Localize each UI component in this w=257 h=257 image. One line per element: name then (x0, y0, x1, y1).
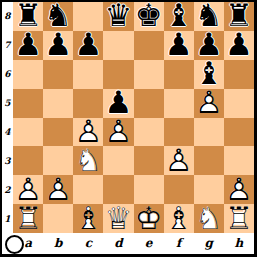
piece-fill-layer: ♞ (195, 202, 223, 233)
piece-glyph: ♞ (44, 0, 72, 31)
piece-white-pawn-icon: ♟♙ (13, 175, 43, 204)
square-a2[interactable]: ♟♙ (13, 175, 43, 204)
piece-fill-layer: ♜ (225, 202, 253, 233)
square-e8[interactable]: ♚ (134, 2, 164, 31)
square-f2[interactable] (164, 175, 194, 204)
square-b1[interactable] (43, 204, 73, 233)
piece-glyph: ♙ (165, 145, 193, 176)
square-c4[interactable]: ♟♙ (73, 118, 103, 147)
piece-white-pawn-icon: ♟♙ (103, 118, 133, 147)
chess-board[interactable]: ♜♞♛♚♝♞♜♟♟♟♟♟♟♝♟♟♙♟♙♟♙♞♘♟♙♟♙♟♙♟♙♜♖♝♗♛♕♚♔♝… (13, 2, 254, 233)
square-f6[interactable] (164, 60, 194, 89)
piece-glyph: ♙ (74, 116, 102, 147)
piece-fill-layer: ♜ (14, 202, 42, 233)
square-a4[interactable] (13, 118, 43, 147)
square-f3[interactable]: ♟♙ (164, 146, 194, 175)
piece-glyph: ♟ (44, 29, 72, 60)
piece-glyph: ♝ (165, 0, 193, 31)
piece-black-knight-icon: ♞ (194, 2, 224, 31)
piece-glyph: ♘ (74, 145, 102, 176)
square-h5[interactable] (224, 89, 254, 118)
piece-white-king-icon: ♚♔ (134, 204, 164, 233)
square-g2[interactable] (194, 175, 224, 204)
square-d4[interactable]: ♟♙ (103, 118, 133, 147)
square-b7[interactable]: ♟ (43, 31, 73, 60)
piece-fill-layer: ♝ (165, 202, 193, 233)
piece-fill-layer: ♛ (105, 202, 133, 233)
piece-glyph: ♖ (14, 202, 42, 233)
square-b5[interactable] (43, 89, 73, 118)
piece-white-knight-icon: ♞♘ (194, 204, 224, 233)
piece-glyph: ♟ (74, 29, 102, 60)
piece-glyph: ♟ (195, 29, 223, 60)
piece-glyph: ♘ (195, 202, 223, 233)
square-h6[interactable] (224, 60, 254, 89)
rank-label-5: 5 (2, 89, 13, 118)
piece-glyph: ♙ (195, 87, 223, 118)
piece-black-pawn-icon: ♟ (224, 31, 254, 60)
piece-white-pawn-icon: ♟♙ (224, 175, 254, 204)
square-b2[interactable]: ♟♙ (43, 175, 73, 204)
piece-black-pawn-icon: ♟ (164, 31, 194, 60)
file-label-d: d (103, 233, 133, 253)
square-e3[interactable] (134, 146, 164, 175)
square-f8[interactable]: ♝ (164, 2, 194, 31)
square-g1[interactable]: ♞♘ (194, 204, 224, 233)
square-h7[interactable]: ♟ (224, 31, 254, 60)
square-a8[interactable]: ♜ (13, 2, 43, 31)
piece-glyph: ♙ (225, 174, 253, 205)
piece-fill-layer: ♝ (74, 202, 102, 233)
piece-black-queen-icon: ♛ (103, 2, 133, 31)
piece-black-rook-icon: ♜ (224, 2, 254, 31)
piece-black-pawn-icon: ♟ (43, 31, 73, 60)
square-c3[interactable]: ♞♘ (73, 146, 103, 175)
square-a3[interactable] (13, 146, 43, 175)
square-d3[interactable] (103, 146, 133, 175)
piece-black-pawn-icon: ♟ (103, 89, 133, 118)
piece-glyph: ♝ (195, 58, 223, 89)
file-label-f: f (164, 233, 194, 253)
piece-fill-layer: ♟ (44, 174, 72, 205)
piece-glyph: ♟ (105, 87, 133, 118)
square-b8[interactable]: ♞ (43, 2, 73, 31)
piece-glyph: ♟ (225, 29, 253, 60)
piece-black-pawn-icon: ♟ (73, 31, 103, 60)
square-e6[interactable] (134, 60, 164, 89)
piece-black-pawn-icon: ♟ (194, 31, 224, 60)
square-h2[interactable]: ♟♙ (224, 175, 254, 204)
rank-label-7: 7 (2, 31, 13, 60)
square-g8[interactable]: ♞ (194, 2, 224, 31)
file-label-e: e (134, 233, 164, 253)
square-g7[interactable]: ♟ (194, 31, 224, 60)
piece-fill-layer: ♟ (225, 174, 253, 205)
square-c2[interactable] (73, 175, 103, 204)
piece-black-bishop-icon: ♝ (194, 60, 224, 89)
rank-label-3: 3 (2, 146, 13, 175)
piece-white-queen-icon: ♛♕ (103, 204, 133, 233)
square-d1[interactable]: ♛♕ (103, 204, 133, 233)
piece-fill-layer: ♚ (135, 202, 163, 233)
piece-white-rook-icon: ♜♖ (224, 204, 254, 233)
piece-white-pawn-icon: ♟♙ (73, 118, 103, 147)
square-b6[interactable] (43, 60, 73, 89)
square-d6[interactable] (103, 60, 133, 89)
rank-label-4: 4 (2, 118, 13, 147)
file-label-g: g (194, 233, 224, 253)
square-d2[interactable] (103, 175, 133, 204)
square-h3[interactable] (224, 146, 254, 175)
piece-black-pawn-icon: ♟ (13, 31, 43, 60)
piece-white-knight-icon: ♞♘ (73, 146, 103, 175)
square-h8[interactable]: ♜ (224, 2, 254, 31)
file-label-h: h (224, 233, 254, 253)
square-f7[interactable]: ♟ (164, 31, 194, 60)
square-e1[interactable]: ♚♔ (134, 204, 164, 233)
square-h4[interactable] (224, 118, 254, 147)
square-d7[interactable] (103, 31, 133, 60)
piece-white-pawn-icon: ♟♙ (43, 175, 73, 204)
square-c5[interactable] (73, 89, 103, 118)
square-f4[interactable] (164, 118, 194, 147)
square-f5[interactable] (164, 89, 194, 118)
square-a6[interactable] (13, 60, 43, 89)
piece-glyph: ♟ (165, 29, 193, 60)
piece-white-pawn-icon: ♟♙ (164, 146, 194, 175)
square-h1[interactable]: ♜♖ (224, 204, 254, 233)
piece-glyph: ♕ (105, 202, 133, 233)
rank-label-6: 6 (2, 60, 13, 89)
piece-black-bishop-icon: ♝ (164, 2, 194, 31)
piece-white-rook-icon: ♜♖ (13, 204, 43, 233)
piece-fill-layer: ♞ (74, 145, 102, 176)
piece-fill-layer: ♟ (195, 87, 223, 118)
piece-fill-layer: ♟ (165, 145, 193, 176)
square-b3[interactable] (43, 146, 73, 175)
square-e4[interactable] (134, 118, 164, 147)
square-a5[interactable] (13, 89, 43, 118)
piece-glyph: ♗ (165, 202, 193, 233)
square-g6[interactable]: ♝ (194, 60, 224, 89)
piece-fill-layer: ♟ (105, 116, 133, 147)
square-c8[interactable] (73, 2, 103, 31)
piece-black-king-icon: ♚ (134, 2, 164, 31)
piece-fill-layer: ♟ (14, 174, 42, 205)
file-label-b: b (43, 233, 73, 253)
chess-diagram: 87654321 ♜♞♛♚♝♞♜♟♟♟♟♟♟♝♟♟♙♟♙♟♙♞♘♟♙♟♙♟♙♟♙… (0, 0, 257, 257)
rank-labels: 87654321 (2, 2, 13, 233)
square-a7[interactable]: ♟ (13, 31, 43, 60)
rank-label-1: 1 (2, 204, 13, 233)
piece-black-rook-icon: ♜ (13, 2, 43, 31)
rank-label-8: 8 (2, 2, 13, 31)
piece-black-knight-icon: ♞ (43, 2, 73, 31)
square-c6[interactable] (73, 60, 103, 89)
square-e5[interactable] (134, 89, 164, 118)
file-labels: abcdefgh (13, 233, 254, 253)
white-to-move-indicator (5, 235, 24, 254)
piece-white-pawn-icon: ♟♙ (194, 89, 224, 118)
piece-glyph: ♖ (225, 202, 253, 233)
piece-fill-layer: ♟ (74, 116, 102, 147)
square-c7[interactable]: ♟ (73, 31, 103, 60)
square-g4[interactable] (194, 118, 224, 147)
piece-glyph: ♙ (44, 174, 72, 205)
square-g3[interactable] (194, 146, 224, 175)
piece-glyph: ♔ (135, 202, 163, 233)
piece-glyph: ♞ (195, 0, 223, 31)
square-a1[interactable]: ♜♖ (13, 204, 43, 233)
square-d5[interactable]: ♟ (103, 89, 133, 118)
piece-glyph: ♜ (14, 0, 42, 31)
file-label-c: c (73, 233, 103, 253)
square-d8[interactable]: ♛ (103, 2, 133, 31)
piece-white-bishop-icon: ♝♗ (73, 204, 103, 233)
square-c1[interactable]: ♝♗ (73, 204, 103, 233)
piece-glyph: ♙ (14, 174, 42, 205)
piece-glyph: ♜ (225, 0, 253, 31)
piece-glyph: ♙ (105, 116, 133, 147)
piece-white-bishop-icon: ♝♗ (164, 204, 194, 233)
square-e2[interactable] (134, 175, 164, 204)
square-b4[interactable] (43, 118, 73, 147)
square-g5[interactable]: ♟♙ (194, 89, 224, 118)
piece-glyph: ♚ (135, 0, 163, 31)
square-f1[interactable]: ♝♗ (164, 204, 194, 233)
piece-glyph: ♛ (105, 0, 133, 31)
piece-glyph: ♗ (74, 202, 102, 233)
piece-glyph: ♟ (14, 29, 42, 60)
rank-label-2: 2 (2, 175, 13, 204)
square-e7[interactable] (134, 31, 164, 60)
